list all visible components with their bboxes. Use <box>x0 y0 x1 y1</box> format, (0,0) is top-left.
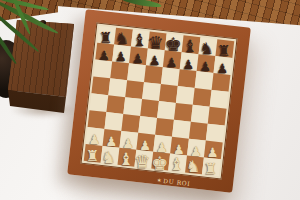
wooden-storage-box <box>8 14 78 116</box>
square-h2: ♟ <box>204 141 223 160</box>
square-c5 <box>125 80 144 99</box>
square-e4 <box>157 101 176 120</box>
star-icon: ✶ <box>156 176 162 184</box>
square-h3 <box>206 124 225 143</box>
square-g4 <box>191 105 210 124</box>
white-bishop: ♝ <box>169 156 184 173</box>
board-inner-border: ♜♞♝♛♚♝♞♜♟♟♟♟♟♟♟♟♟♟♟♟♟♟♟♟♜♞♝♛♚♝♞♜ <box>80 22 237 179</box>
square-d3 <box>138 116 157 135</box>
chess-board: ♜♞♝♛♚♝♞♜♟♟♟♟♟♟♟♟♟♟♟♟♟♟♟♟♜♞♝♛♚♝♞♜ ✶ DU RO… <box>67 9 251 193</box>
square-d6 <box>144 65 163 84</box>
white-bishop: ♝ <box>118 151 133 168</box>
square-g8: ♞ <box>199 37 218 56</box>
white-queen: ♛ <box>135 153 151 170</box>
square-h6 <box>212 73 231 92</box>
square-b6 <box>110 61 129 80</box>
square-c2: ♟ <box>119 131 138 150</box>
square-g2: ♟ <box>187 139 206 158</box>
white-rook: ♜ <box>85 149 98 164</box>
white-knight: ♞ <box>186 159 200 175</box>
square-f6 <box>178 69 197 88</box>
square-g5 <box>193 88 212 107</box>
square-b2: ♟ <box>103 129 122 148</box>
square-d2: ♟ <box>136 133 155 152</box>
square-f5 <box>176 86 195 105</box>
square-h1: ♜ <box>202 157 221 176</box>
square-d5 <box>142 82 161 101</box>
square-e2: ♟ <box>153 135 172 154</box>
photo-stage: ♜♞♝♛♚♝♞♜♟♟♟♟♟♟♟♟♟♟♟♟♟♟♟♟♜♞♝♛♚♝♞♜ ✶ DU RO… <box>0 0 300 200</box>
square-a5 <box>91 76 110 95</box>
chess-board-grid: ♜♞♝♛♚♝♞♜♟♟♟♟♟♟♟♟♟♟♟♟♟♟♟♟♜♞♝♛♚♝♞♜ <box>84 26 235 177</box>
brand-logo-text: DU ROI <box>163 177 191 187</box>
white-king: ♚ <box>151 154 168 172</box>
square-e5 <box>159 84 178 103</box>
square-f7: ♟ <box>180 52 199 71</box>
square-b7: ♟ <box>112 45 131 64</box>
square-c8: ♝ <box>131 30 150 49</box>
square-d1: ♛ <box>134 150 153 169</box>
square-h7: ♟ <box>214 56 233 75</box>
square-b8: ♞ <box>114 28 133 47</box>
square-a7: ♟ <box>95 43 114 62</box>
square-f8: ♝ <box>182 35 201 54</box>
square-b4 <box>106 95 125 114</box>
square-e3 <box>155 118 174 137</box>
square-c7: ♟ <box>129 46 148 65</box>
square-e7: ♟ <box>163 50 182 69</box>
square-d8: ♛ <box>148 32 167 51</box>
square-e1: ♚ <box>151 152 170 171</box>
square-a8: ♜ <box>97 26 116 45</box>
square-f1: ♝ <box>168 154 187 173</box>
square-g7: ♟ <box>197 54 216 73</box>
square-d7: ♟ <box>146 48 165 67</box>
square-e8: ♚ <box>165 33 184 52</box>
square-g1: ♞ <box>185 156 204 175</box>
square-h4 <box>208 107 227 126</box>
square-f3 <box>172 120 191 139</box>
white-knight: ♞ <box>102 150 116 166</box>
square-c1: ♝ <box>118 148 137 167</box>
square-b5 <box>108 78 127 97</box>
square-a1: ♜ <box>84 144 103 163</box>
white-rook: ♜ <box>204 162 217 177</box>
square-f2: ♟ <box>170 137 189 156</box>
square-h5 <box>210 90 229 109</box>
square-e6 <box>161 67 180 86</box>
square-c4 <box>123 97 142 116</box>
square-g3 <box>189 122 208 141</box>
square-b1: ♞ <box>101 146 120 165</box>
square-b3 <box>104 112 123 131</box>
square-a4 <box>90 93 109 112</box>
square-c3 <box>121 114 140 133</box>
square-h8: ♜ <box>215 39 234 58</box>
square-a2: ♟ <box>86 127 105 146</box>
square-a3 <box>88 110 107 129</box>
square-f4 <box>174 103 193 122</box>
square-d4 <box>140 99 159 118</box>
square-c6 <box>127 63 146 82</box>
square-a6 <box>93 60 112 79</box>
square-g6 <box>195 71 214 90</box>
